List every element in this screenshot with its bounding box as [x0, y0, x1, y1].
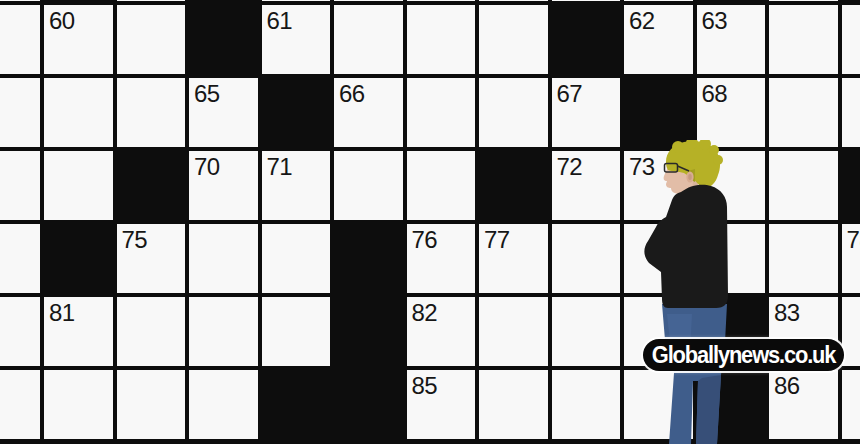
clue-number-72: 72: [557, 154, 583, 179]
watermark-text: Globallynews.co.uk: [652, 344, 835, 367]
cell-r3-c6: [407, 151, 476, 220]
cell-r6-c10-black: [697, 370, 766, 439]
cell-r6-c5-black: [334, 370, 403, 439]
clue-number-71: 71: [267, 154, 293, 179]
cell-r2-c10: 68: [697, 78, 766, 147]
cell-r2-c12: [842, 78, 860, 147]
cell-r4-c3: [189, 224, 258, 293]
cell-r3-c11: [769, 151, 838, 220]
clue-number-78: 78: [847, 227, 860, 252]
cell-r3-c7-black: [479, 151, 548, 220]
cell-r2-c5: 66: [334, 78, 403, 147]
cell-r0-c5: [334, 0, 403, 1]
cell-r1-c8-black: [552, 5, 621, 74]
cell-r4-c2: 75: [117, 224, 186, 293]
cell-r0-c10-black: [697, 0, 766, 1]
crossword-board: 6061626365666768707172737576777881828385…: [0, 0, 860, 444]
cell-r5-c4: [262, 297, 331, 366]
clue-number-76: 76: [412, 227, 438, 252]
cell-r3-c2-black: [117, 151, 186, 220]
cell-r0-c9: [624, 0, 693, 1]
crossword-scene: 6061626365666768707172737576777881828385…: [0, 0, 860, 444]
clue-number-73: 73: [629, 154, 655, 179]
cell-r3-c0: [0, 151, 40, 220]
cell-r1-c5: [334, 5, 403, 74]
cell-r2-c8: 67: [552, 78, 621, 147]
cell-r4-c10: [697, 224, 766, 293]
cell-r0-c7: [479, 0, 548, 1]
cell-r2-c4-black: [262, 78, 331, 147]
cell-r5-c3: [189, 297, 258, 366]
cell-r3-c12-black: [842, 151, 860, 220]
cell-r3-c3: 70: [189, 151, 258, 220]
cell-r4-c12: 78: [842, 224, 860, 293]
cell-r5-c5-black: [334, 297, 403, 366]
cell-r4-c7: 77: [479, 224, 548, 293]
clue-number-60: 60: [49, 8, 75, 33]
clue-number-68: 68: [702, 81, 728, 106]
cell-r4-c9: [624, 224, 693, 293]
cell-r1-c4: 61: [262, 5, 331, 74]
cell-r4-c1-black: [44, 224, 113, 293]
cell-r4-c11: [769, 224, 838, 293]
cell-r2-c9-black: [624, 78, 693, 147]
cell-r1-c12: [842, 5, 860, 74]
clue-number-62: 62: [629, 8, 655, 33]
cell-r4-c5-black: [334, 224, 403, 293]
clue-number-85: 85: [412, 373, 438, 398]
cell-r0-c4: [262, 0, 331, 1]
cell-r0-c6: [407, 0, 476, 1]
cell-r6-c12: [842, 370, 860, 439]
clue-number-66: 66: [339, 81, 365, 106]
cell-r6-c8: [552, 370, 621, 439]
cell-r2-c11: [769, 78, 838, 147]
clue-number-77: 77: [484, 227, 510, 252]
cell-r1-c3-black: [189, 5, 258, 74]
cell-r1-c11: [769, 5, 838, 74]
cell-r4-c6: 76: [407, 224, 476, 293]
cell-r2-c3: 65: [189, 78, 258, 147]
cell-r0-c3-black: [189, 0, 258, 1]
cell-r5-c6: 82: [407, 297, 476, 366]
clue-number-83: 83: [774, 300, 800, 325]
cell-r4-c8: [552, 224, 621, 293]
cell-r6-c4-black: [262, 370, 331, 439]
cell-r4-c0: [0, 224, 40, 293]
cell-r0-c11: [769, 0, 838, 1]
cell-r4-c4: [262, 224, 331, 293]
cell-r2-c1: [44, 78, 113, 147]
cell-r1-c0: [0, 5, 40, 74]
cell-r2-c2: [117, 78, 186, 147]
cell-r5-c1: 81: [44, 297, 113, 366]
cell-r0-c8: [552, 0, 621, 1]
clue-number-82: 82: [412, 300, 438, 325]
clue-number-86: 86: [774, 373, 800, 398]
cell-r1-c9: 62: [624, 5, 693, 74]
cell-r6-c11: 86: [769, 370, 838, 439]
clue-number-81: 81: [49, 300, 75, 325]
cell-r3-c10: [697, 151, 766, 220]
cell-r3-c4: 71: [262, 151, 331, 220]
clue-number-65: 65: [194, 81, 220, 106]
cell-r1-c2: [117, 5, 186, 74]
cell-r6-c2: [117, 370, 186, 439]
cell-r2-c7: [479, 78, 548, 147]
cell-r3-c5: [334, 151, 403, 220]
cell-r3-c8: 72: [552, 151, 621, 220]
clue-number-75: 75: [122, 227, 148, 252]
cell-r5-c7: [479, 297, 548, 366]
cell-r6-c3: [189, 370, 258, 439]
cell-r6-c6: 85: [407, 370, 476, 439]
cell-r0-c1-black: [44, 0, 113, 1]
cell-r3-c9: 73: [624, 151, 693, 220]
clue-number-67: 67: [557, 81, 583, 106]
cell-r5-c2: [117, 297, 186, 366]
clue-number-61: 61: [267, 8, 293, 33]
cell-r6-c0: [0, 370, 40, 439]
cell-r6-c1: [44, 370, 113, 439]
cell-r3-c1: [44, 151, 113, 220]
cell-r6-c9: [624, 370, 693, 439]
clue-number-63: 63: [702, 8, 728, 33]
cell-r5-c0: [0, 297, 40, 366]
cell-r1-c10: 63: [697, 5, 766, 74]
clue-number-70: 70: [194, 154, 220, 179]
cell-r0-c2: [117, 0, 186, 1]
cell-r0-c12-black: [842, 0, 860, 1]
cell-r5-c8: [552, 297, 621, 366]
watermark-badge: Globallynews.co.uk: [643, 339, 844, 371]
cell-r2-c6: [407, 78, 476, 147]
cell-r1-c1: 60: [44, 5, 113, 74]
cell-r6-c7: [479, 370, 548, 439]
cell-r0-c0: [0, 0, 40, 1]
cell-r2-c0: [0, 78, 40, 147]
cell-r1-c6: [407, 5, 476, 74]
cell-r5-c12: [842, 297, 860, 366]
cell-r1-c7: [479, 5, 548, 74]
